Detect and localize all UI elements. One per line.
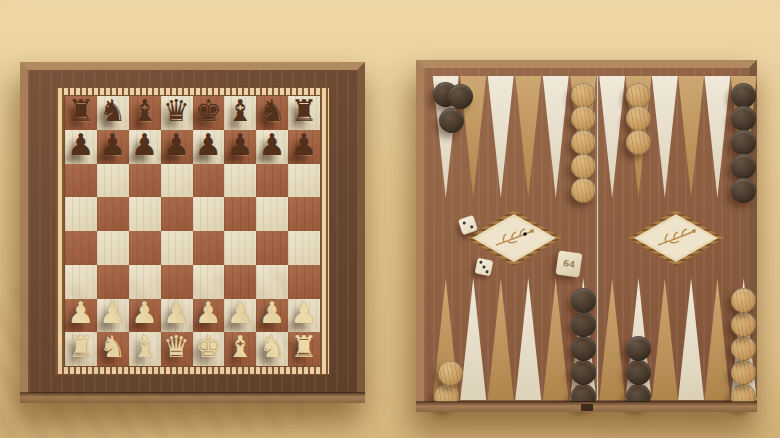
light-checker-bottom-12[interactable] (731, 312, 756, 337)
doubling-cube[interactable]: 64 (555, 250, 582, 277)
floral-sprig-icon (492, 225, 536, 251)
square-e7[interactable]: ♟ (193, 130, 225, 164)
point-bottom-5-tan[interactable] (542, 278, 569, 400)
square-h7[interactable]: ♟ (288, 130, 320, 164)
point-bottom-2-white[interactable] (460, 278, 487, 400)
square-g2[interactable]: ♟ (256, 299, 288, 333)
dark-knight[interactable]: ♞ (99, 96, 126, 126)
scene-wall: ♜♞♝♛♚♝♞♜♟♟♟♟♟♟♟♟♟♟♟♟♟♟♟♟♜♞♝♛♚♝♞♜ (0, 0, 780, 438)
light-pawn[interactable]: ♟ (227, 298, 254, 328)
square-d6[interactable] (161, 164, 193, 198)
dark-rook[interactable]: ♜ (291, 96, 318, 126)
light-checker-top-8[interactable] (626, 83, 651, 108)
point-bottom-7-tan[interactable] (599, 278, 626, 400)
square-f2[interactable]: ♟ (224, 299, 256, 333)
light-pawn[interactable]: ♟ (99, 298, 126, 328)
square-b6[interactable] (97, 164, 129, 198)
light-bishop[interactable]: ♝ (227, 332, 254, 362)
square-g5[interactable] (256, 197, 288, 231)
dark-pawn[interactable]: ♟ (99, 130, 126, 160)
light-queen[interactable]: ♛ (163, 332, 190, 362)
square-e1[interactable]: ♚ (193, 332, 225, 366)
square-d2[interactable]: ♟ (161, 299, 193, 333)
light-checker-bottom-1[interactable] (438, 361, 463, 386)
square-e3[interactable] (193, 265, 225, 299)
dark-checker-bottom-6[interactable] (571, 336, 596, 361)
square-a7[interactable]: ♟ (65, 130, 97, 164)
square-c7[interactable]: ♟ (129, 130, 161, 164)
square-c4[interactable] (129, 231, 161, 265)
light-pawn[interactable]: ♟ (131, 298, 158, 328)
square-f4[interactable] (224, 231, 256, 265)
square-f5[interactable] (224, 197, 256, 231)
light-checker-bottom-12[interactable] (731, 336, 756, 361)
dark-pawn[interactable]: ♟ (195, 130, 222, 160)
dark-checker-bottom-8[interactable] (626, 336, 651, 361)
square-f8[interactable]: ♝ (224, 96, 256, 130)
point-bottom-10-white[interactable] (678, 278, 705, 400)
light-checker-top-8[interactable] (626, 130, 651, 155)
light-checker-top-6[interactable] (571, 130, 596, 155)
point-top-3-white[interactable] (487, 76, 514, 198)
square-g6[interactable] (256, 164, 288, 198)
square-e6[interactable] (193, 164, 225, 198)
square-d5[interactable] (161, 197, 193, 231)
light-pawn[interactable]: ♟ (163, 298, 190, 328)
square-a2[interactable]: ♟ (65, 299, 97, 333)
square-b7[interactable]: ♟ (97, 130, 129, 164)
square-c2[interactable]: ♟ (129, 299, 161, 333)
square-h3[interactable] (288, 265, 320, 299)
box-latch (581, 404, 593, 411)
point-top-10-tan[interactable] (678, 76, 705, 198)
square-h8[interactable]: ♜ (288, 96, 320, 130)
square-b3[interactable] (97, 265, 129, 299)
die-pip (462, 221, 466, 225)
die-pip (485, 270, 489, 274)
square-h1[interactable]: ♜ (288, 332, 320, 366)
square-h4[interactable] (288, 231, 320, 265)
square-e5[interactable] (193, 197, 225, 231)
light-knight[interactable]: ♞ (99, 332, 126, 362)
light-pawn[interactable]: ♟ (195, 298, 222, 328)
dark-queen[interactable]: ♛ (163, 96, 190, 126)
light-checker-bottom-12[interactable] (731, 288, 756, 313)
square-c8[interactable]: ♝ (129, 96, 161, 130)
dark-knight[interactable]: ♞ (259, 96, 286, 126)
square-e8[interactable]: ♚ (193, 96, 225, 130)
point-bottom-4-white[interactable] (515, 278, 542, 400)
diamond-field (477, 217, 551, 259)
point-bottom-3-tan[interactable] (487, 278, 514, 400)
square-g4[interactable] (256, 231, 288, 265)
point-top-11-white[interactable] (704, 76, 731, 198)
dark-checker-top-12[interactable] (731, 178, 756, 203)
point-top-4-tan[interactable] (515, 76, 542, 198)
square-a1[interactable]: ♜ (65, 332, 97, 366)
light-checker-bottom-12[interactable] (731, 360, 756, 385)
point-top-7-white[interactable] (599, 76, 626, 198)
square-d3[interactable] (161, 265, 193, 299)
point-bottom-11-tan[interactable] (704, 278, 731, 400)
square-b2[interactable]: ♟ (97, 299, 129, 333)
dark-bishop[interactable]: ♝ (227, 96, 254, 126)
light-checker-top-8[interactable] (626, 106, 651, 131)
chess-box-lip (20, 393, 365, 403)
square-c6[interactable] (129, 164, 161, 198)
square-d7[interactable]: ♟ (161, 130, 193, 164)
square-g3[interactable] (256, 265, 288, 299)
dark-pawn[interactable]: ♟ (163, 130, 190, 160)
bg-interior: 64 (432, 76, 757, 400)
square-b5[interactable] (97, 197, 129, 231)
dark-pawn[interactable]: ♟ (291, 130, 318, 160)
square-f6[interactable] (224, 164, 256, 198)
dark-rook[interactable]: ♜ (67, 96, 94, 126)
center-divider (596, 76, 599, 400)
point-bottom-9-tan[interactable] (651, 278, 678, 400)
square-h5[interactable] (288, 197, 320, 231)
die-pip (482, 265, 486, 269)
light-bishop[interactable]: ♝ (131, 332, 158, 362)
light-checker-top-6[interactable] (571, 178, 596, 203)
dark-checker-top-12[interactable] (731, 130, 756, 155)
dark-checker-top-12[interactable] (731, 154, 756, 179)
dark-checker-bottom-8[interactable] (626, 360, 651, 385)
square-a5[interactable] (65, 197, 97, 231)
dark-checker-top-1[interactable] (439, 108, 464, 133)
square-f3[interactable] (224, 265, 256, 299)
light-checker-top-6[interactable] (571, 106, 596, 131)
square-a4[interactable] (65, 231, 97, 265)
light-checker-top-6[interactable] (571, 154, 596, 179)
light-pawn[interactable]: ♟ (67, 298, 94, 328)
chess-grid: ♜♞♝♛♚♝♞♜♟♟♟♟♟♟♟♟♟♟♟♟♟♟♟♟♜♞♝♛♚♝♞♜ (64, 95, 321, 367)
dark-bishop[interactable]: ♝ (131, 96, 158, 126)
square-g1[interactable]: ♞ (256, 332, 288, 366)
square-a8[interactable]: ♜ (65, 96, 97, 130)
chess-board-box: ♜♞♝♛♚♝♞♜♟♟♟♟♟♟♟♟♟♟♟♟♟♟♟♟♜♞♝♛♚♝♞♜ (20, 62, 365, 403)
light-knight[interactable]: ♞ (259, 332, 286, 362)
dark-checker-bottom-6[interactable] (571, 312, 596, 337)
dark-pawn[interactable]: ♟ (131, 130, 158, 160)
square-b4[interactable] (97, 231, 129, 265)
light-king[interactable]: ♚ (195, 332, 222, 362)
point-top-5-white[interactable] (542, 76, 569, 198)
light-pawn[interactable]: ♟ (291, 298, 318, 328)
square-c1[interactable]: ♝ (129, 332, 161, 366)
square-f1[interactable]: ♝ (224, 332, 256, 366)
square-d8[interactable]: ♛ (161, 96, 193, 130)
square-a6[interactable] (65, 164, 97, 198)
dark-checker-bottom-6[interactable] (571, 288, 596, 313)
dark-pawn[interactable]: ♟ (259, 130, 286, 160)
dark-checker-top-1[interactable] (448, 84, 473, 109)
square-c3[interactable] (129, 265, 161, 299)
point-top-9-white[interactable] (651, 76, 678, 198)
die-showing-3[interactable] (475, 258, 494, 277)
square-e2[interactable]: ♟ (193, 299, 225, 333)
dark-king[interactable]: ♚ (195, 96, 222, 126)
inlay-diamond-right (628, 210, 724, 266)
light-rook[interactable]: ♜ (291, 332, 318, 362)
square-d1[interactable]: ♛ (161, 332, 193, 366)
diamond-field (639, 217, 713, 259)
die-pip (470, 225, 474, 229)
dark-checker-top-12[interactable] (731, 106, 756, 131)
square-b1[interactable]: ♞ (97, 332, 129, 366)
dark-checker-top-12[interactable] (731, 83, 756, 108)
square-f7[interactable]: ♟ (224, 130, 256, 164)
square-g8[interactable]: ♞ (256, 96, 288, 130)
dark-pawn[interactable]: ♟ (67, 130, 94, 160)
backgammon-board-box: 64 (416, 60, 757, 412)
die-pip (479, 260, 483, 264)
light-checker-top-6[interactable] (571, 83, 596, 108)
square-h2[interactable]: ♟ (288, 299, 320, 333)
square-c5[interactable] (129, 197, 161, 231)
square-e4[interactable] (193, 231, 225, 265)
light-pawn[interactable]: ♟ (259, 298, 286, 328)
floral-sprig-icon (654, 225, 698, 251)
light-rook[interactable]: ♜ (67, 332, 94, 362)
square-d4[interactable] (161, 231, 193, 265)
dark-pawn[interactable]: ♟ (227, 130, 254, 160)
dark-checker-bottom-6[interactable] (571, 360, 596, 385)
square-g7[interactable]: ♟ (256, 130, 288, 164)
square-b8[interactable]: ♞ (97, 96, 129, 130)
square-a3[interactable] (65, 265, 97, 299)
square-h6[interactable] (288, 164, 320, 198)
